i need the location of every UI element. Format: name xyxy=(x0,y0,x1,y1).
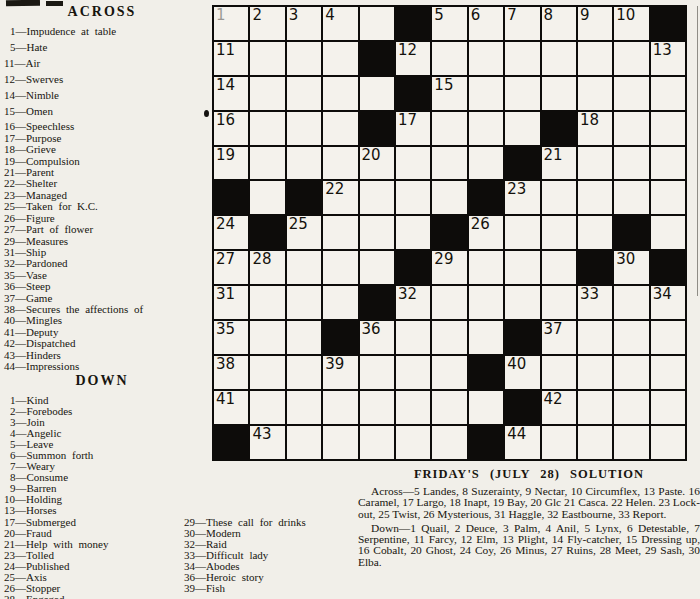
grid-cell[interactable]: 15 xyxy=(432,77,466,110)
grid-cell[interactable] xyxy=(505,216,539,249)
grid-cell[interactable]: 22 xyxy=(323,181,357,214)
grid-cell[interactable] xyxy=(250,181,284,214)
cell-number: 21 xyxy=(544,147,563,164)
grid-cell[interactable]: 5 xyxy=(432,7,466,40)
cell-number: 23 xyxy=(507,181,526,198)
grid-cell[interactable]: 29 xyxy=(432,251,466,284)
grid-cell[interactable] xyxy=(287,286,321,319)
grid-cell[interactable] xyxy=(542,426,576,459)
grid-cell[interactable] xyxy=(614,42,648,75)
cell-number: 25 xyxy=(289,216,308,233)
grid-cell[interactable]: 23 xyxy=(505,181,539,214)
grid-cell[interactable] xyxy=(432,286,466,319)
grid-cell[interactable] xyxy=(250,112,284,145)
down-clue: 13—Horses xyxy=(4,505,108,516)
across-clue: 15—Omen xyxy=(4,106,212,117)
grid-cell[interactable] xyxy=(360,216,394,249)
crossword-grid: 1234567891011121314151617181920212223242… xyxy=(212,5,687,461)
cell-number: 9 xyxy=(580,7,590,24)
cell-number: 35 xyxy=(216,321,235,338)
cell-number: 43 xyxy=(252,426,271,443)
grid-cell[interactable]: 24 xyxy=(214,216,248,249)
grid-cell[interactable]: 38 xyxy=(214,356,248,389)
grid-cell[interactable] xyxy=(287,356,321,389)
cell-number: 15 xyxy=(434,77,453,94)
black-cell xyxy=(469,181,503,214)
black-cell xyxy=(323,321,357,354)
grid-cell[interactable] xyxy=(505,112,539,145)
grid-cell[interactable]: 1 xyxy=(214,7,248,40)
down-clue: 28—Engaged xyxy=(4,594,108,599)
grid-cell[interactable] xyxy=(323,286,357,319)
grid-cell[interactable] xyxy=(542,286,576,319)
grid-cell[interactable] xyxy=(323,391,357,424)
grid-cell[interactable]: 17 xyxy=(396,112,430,145)
grid-cell[interactable] xyxy=(396,391,430,424)
cell-number: 28 xyxy=(252,251,271,268)
grid-cell[interactable] xyxy=(651,391,685,424)
cell-number: 38 xyxy=(216,356,235,373)
grid-cell[interactable] xyxy=(250,356,284,389)
black-cell xyxy=(396,7,430,40)
grid-cell[interactable] xyxy=(432,112,466,145)
black-cell xyxy=(542,112,576,145)
grid-cell[interactable] xyxy=(287,112,321,145)
grid-cell[interactable] xyxy=(432,181,466,214)
grid-cell[interactable] xyxy=(469,251,503,284)
grid-cell[interactable] xyxy=(360,356,394,389)
grid-cell[interactable] xyxy=(323,147,357,180)
grid-cell[interactable] xyxy=(542,216,576,249)
cell-number: 29 xyxy=(434,251,453,268)
grid-cell[interactable] xyxy=(614,147,648,180)
solution-down: Down—1 Quail, 2 Deuce, 3 Palm, 4 Anil, 5… xyxy=(358,523,700,568)
cell-number: 8 xyxy=(544,7,554,24)
across-clue: 18—Grieve xyxy=(4,144,212,155)
grid-cell[interactable] xyxy=(578,356,612,389)
cell-number: 41 xyxy=(216,391,235,408)
grid-cell[interactable] xyxy=(360,181,394,214)
grid-cell[interactable]: 41 xyxy=(214,391,248,424)
grid-cell[interactable] xyxy=(614,112,648,145)
cell-number: 11 xyxy=(216,42,235,59)
grid-cell[interactable]: 30 xyxy=(614,251,648,284)
cell-number: 4 xyxy=(325,7,335,24)
grid-cell[interactable] xyxy=(469,147,503,180)
cell-number: 5 xyxy=(434,7,444,24)
cell-number: 19 xyxy=(216,147,235,164)
grid-cell[interactable] xyxy=(360,391,394,424)
across-clue-list: 1—Impudence at table5—Hate11—Air12—Swerv… xyxy=(2,26,212,372)
black-cell xyxy=(469,426,503,459)
grid-cell[interactable]: 21 xyxy=(542,147,576,180)
black-cell xyxy=(287,181,321,214)
grid-cell[interactable] xyxy=(651,216,685,249)
solution-heading: FRIDAY'S (JULY 28) SOLUTION xyxy=(358,467,700,482)
down-clues-column-1: 1—Kind2—Forebodes3—Join4—Angelic5—Leave6… xyxy=(2,395,108,599)
grid-cell[interactable]: 16 xyxy=(214,112,248,145)
grid-cell[interactable]: 31 xyxy=(214,286,248,319)
grid-cell[interactable]: 13 xyxy=(651,42,685,75)
black-cell xyxy=(396,77,430,110)
across-clue: 36—Steep xyxy=(4,281,212,292)
grid-cell[interactable]: 18 xyxy=(578,112,612,145)
grid-cell[interactable]: 2 xyxy=(250,7,284,40)
across-clue: 11—Air xyxy=(4,58,212,69)
grid-cell[interactable] xyxy=(542,181,576,214)
cell-number: 2 xyxy=(252,7,262,24)
grid-cell[interactable] xyxy=(578,321,612,354)
black-cell xyxy=(396,251,430,284)
grid-cell[interactable] xyxy=(651,147,685,180)
grid-cell[interactable] xyxy=(396,426,430,459)
grid-cell[interactable]: 10 xyxy=(614,7,648,40)
grid-cell[interactable]: 37 xyxy=(542,321,576,354)
grid-cell[interactable]: 4 xyxy=(323,7,357,40)
grid-cell[interactable] xyxy=(542,251,576,284)
across-clues-section: ACROSS 1—Impudence at table5—Hate11—Air1… xyxy=(2,4,212,372)
grid-cell[interactable] xyxy=(469,112,503,145)
grid-cell[interactable] xyxy=(287,147,321,180)
black-cell xyxy=(578,251,612,284)
across-clue: 1—Impudence at table xyxy=(4,26,212,37)
grid-cell[interactable]: 8 xyxy=(542,7,576,40)
across-clue: 27—Part of flower xyxy=(4,224,212,235)
across-clue: 25—Taken for K.C. xyxy=(4,201,212,212)
grid-cell[interactable] xyxy=(651,426,685,459)
grid-cell[interactable] xyxy=(469,42,503,75)
newspaper-crossword-page: ACROSS 1—Impudence at table5—Hate11—Air1… xyxy=(0,0,700,599)
cell-number: 12 xyxy=(398,42,417,59)
down-clue-list-2: 29—These call for drinks30—Modern32—Raid… xyxy=(182,517,332,594)
grid-cell[interactable] xyxy=(578,181,612,214)
grid-cell[interactable] xyxy=(250,321,284,354)
black-cell xyxy=(651,7,685,40)
grid-cell[interactable]: 19 xyxy=(214,147,248,180)
down-clue-list-1: 1—Kind2—Forebodes3—Join4—Angelic5—Leave6… xyxy=(2,395,108,599)
cell-number: 10 xyxy=(616,7,635,24)
grid-cell[interactable] xyxy=(396,181,430,214)
grid-cell[interactable] xyxy=(651,181,685,214)
black-cell xyxy=(360,42,394,75)
grid-cell[interactable] xyxy=(323,216,357,249)
grid-cell[interactable] xyxy=(287,77,321,110)
grid-cell[interactable] xyxy=(651,321,685,354)
cell-number: 26 xyxy=(471,216,490,233)
grid-cell[interactable]: 32 xyxy=(396,286,430,319)
cell-number: 3 xyxy=(289,7,299,24)
black-cell xyxy=(214,426,248,459)
grid-cell[interactable] xyxy=(432,147,466,180)
black-cell xyxy=(250,216,284,249)
grid-cell[interactable] xyxy=(432,391,466,424)
across-clue: 42—Dispatched xyxy=(4,338,212,349)
grid-cell[interactable] xyxy=(614,321,648,354)
grid-cell[interactable] xyxy=(614,181,648,214)
grid-cell[interactable] xyxy=(651,356,685,389)
grid-cell[interactable] xyxy=(287,321,321,354)
grid-cell[interactable] xyxy=(287,251,321,284)
column-rule xyxy=(697,6,698,296)
cell-number: 34 xyxy=(653,286,672,303)
grid-cell[interactable]: 27 xyxy=(214,251,248,284)
grid-cell[interactable] xyxy=(505,286,539,319)
grid-cell[interactable]: 42 xyxy=(542,391,576,424)
grid-cell[interactable] xyxy=(323,112,357,145)
grid-cell[interactable] xyxy=(396,147,430,180)
grid-cell[interactable]: 43 xyxy=(250,426,284,459)
black-cell xyxy=(432,216,466,249)
cell-number: 42 xyxy=(544,391,563,408)
cell-number: 7 xyxy=(507,7,517,24)
grid-cell[interactable]: 35 xyxy=(214,321,248,354)
grid-cell[interactable] xyxy=(505,251,539,284)
grid-cell[interactable] xyxy=(651,112,685,145)
cell-number: 17 xyxy=(398,112,417,129)
grid-cell[interactable] xyxy=(578,42,612,75)
grid-cell[interactable]: 28 xyxy=(250,251,284,284)
grid-cell[interactable] xyxy=(578,426,612,459)
grid-cell[interactable]: 3 xyxy=(287,7,321,40)
grid-cell[interactable]: 6 xyxy=(469,7,503,40)
grid-cell[interactable] xyxy=(432,321,466,354)
cell-number: 40 xyxy=(507,356,526,373)
across-clue: 5—Hate xyxy=(4,42,212,53)
grid-cell[interactable] xyxy=(250,77,284,110)
cell-number: 32 xyxy=(398,286,417,303)
grid-cell[interactable] xyxy=(469,77,503,110)
cell-number: 14 xyxy=(216,77,235,94)
grid-cell[interactable] xyxy=(614,426,648,459)
grid-cell[interactable]: 33 xyxy=(578,286,612,319)
grid-cell[interactable] xyxy=(323,251,357,284)
grid-cell[interactable] xyxy=(287,391,321,424)
cell-number: 16 xyxy=(216,112,235,129)
grid-cell[interactable] xyxy=(614,286,648,319)
cell-number: 13 xyxy=(653,42,672,59)
grid-cell[interactable] xyxy=(578,77,612,110)
grid-cell[interactable] xyxy=(505,42,539,75)
across-heading: ACROSS xyxy=(2,4,202,20)
black-cell xyxy=(469,356,503,389)
grid-cell[interactable] xyxy=(432,426,466,459)
cell-number: 20 xyxy=(362,147,381,164)
cell-number: 36 xyxy=(362,321,381,338)
black-cell xyxy=(214,181,248,214)
grid-cell[interactable] xyxy=(578,391,612,424)
grid-cell[interactable]: 26 xyxy=(469,216,503,249)
grid-cell[interactable]: 39 xyxy=(323,356,357,389)
across-clue: 14—Nimble xyxy=(4,90,212,101)
grid-cell[interactable] xyxy=(323,77,357,110)
grid-cell[interactable]: 7 xyxy=(505,7,539,40)
grid-cell[interactable] xyxy=(396,216,430,249)
grid-cell[interactable] xyxy=(614,77,648,110)
grid-cell[interactable]: 44 xyxy=(505,426,539,459)
cell-number: 22 xyxy=(325,181,344,198)
cell-number: 18 xyxy=(580,112,599,129)
grid-cell[interactable] xyxy=(360,77,394,110)
grid-cell[interactable]: 40 xyxy=(505,356,539,389)
grid-cell[interactable] xyxy=(578,216,612,249)
cell-number: 6 xyxy=(471,7,481,24)
grid-cell[interactable] xyxy=(250,147,284,180)
grid-cell[interactable] xyxy=(469,321,503,354)
cell-number: 1 xyxy=(216,7,226,24)
grid-cell[interactable] xyxy=(505,77,539,110)
grid-cell[interactable] xyxy=(542,77,576,110)
cell-number: 31 xyxy=(216,286,235,303)
grid-cell[interactable]: 36 xyxy=(360,321,394,354)
grid-cell[interactable]: 20 xyxy=(360,147,394,180)
grid-cell[interactable] xyxy=(614,356,648,389)
grid-cell[interactable] xyxy=(323,426,357,459)
down-heading: DOWN xyxy=(2,373,202,389)
grid-cell[interactable] xyxy=(396,321,430,354)
cell-number: 24 xyxy=(216,216,235,233)
grid-cell[interactable] xyxy=(578,147,612,180)
cell-number: 39 xyxy=(325,356,344,373)
black-cell xyxy=(505,147,539,180)
across-clue: 12—Swerves xyxy=(4,74,212,85)
grid-cell[interactable] xyxy=(360,426,394,459)
grid-cell[interactable]: 11 xyxy=(214,42,248,75)
down-clue: 17—Submerged xyxy=(4,517,108,528)
grid-cell[interactable] xyxy=(360,251,394,284)
grid-cell[interactable] xyxy=(432,356,466,389)
down-clue: 39—Fish xyxy=(184,583,332,594)
solution-section: FRIDAY'S (JULY 28) SOLUTION Across—5 Lan… xyxy=(358,467,700,571)
down-clue: 21—Help with money xyxy=(4,539,108,550)
black-cell xyxy=(651,251,685,284)
grid-cell[interactable]: 34 xyxy=(651,286,685,319)
grid-cell[interactable] xyxy=(469,391,503,424)
black-cell xyxy=(360,286,394,319)
grid-cell[interactable] xyxy=(651,77,685,110)
across-clue: 32—Pardoned xyxy=(4,258,212,269)
cell-number: 33 xyxy=(580,286,599,303)
down-clues-column-2: 29—These call for drinks30—Modern32—Raid… xyxy=(182,517,332,594)
grid-cell[interactable] xyxy=(542,356,576,389)
grid-cell[interactable]: 12 xyxy=(396,42,430,75)
grid-cell[interactable] xyxy=(287,42,321,75)
grid-cell[interactable]: 14 xyxy=(214,77,248,110)
grid-cell[interactable] xyxy=(250,42,284,75)
grid-cell[interactable] xyxy=(250,286,284,319)
grid-cell[interactable] xyxy=(250,391,284,424)
grid-cell[interactable] xyxy=(323,42,357,75)
black-cell xyxy=(614,216,648,249)
grid-cell[interactable] xyxy=(396,356,430,389)
cell-number: 44 xyxy=(507,426,526,443)
black-cell xyxy=(360,112,394,145)
cell-number: 37 xyxy=(544,321,563,338)
down-clue: 20—Fraud xyxy=(4,528,108,539)
cell-number: 30 xyxy=(616,251,635,268)
grid-cell[interactable] xyxy=(542,42,576,75)
across-clue: 44—Impressions xyxy=(4,361,212,372)
black-cell xyxy=(505,391,539,424)
black-cell xyxy=(505,321,539,354)
grid-cell[interactable] xyxy=(614,391,648,424)
grid-cell[interactable] xyxy=(432,42,466,75)
grid-cell[interactable] xyxy=(469,286,503,319)
cell-number: 27 xyxy=(216,251,235,268)
grid-cell[interactable]: 9 xyxy=(578,7,612,40)
solution-across: Across—5 Landes, 8 Suzerainty, 9 Nectar,… xyxy=(358,486,700,520)
grid-cell[interactable] xyxy=(287,426,321,459)
grid-cell[interactable]: 25 xyxy=(287,216,321,249)
grid-cell[interactable] xyxy=(360,7,394,40)
